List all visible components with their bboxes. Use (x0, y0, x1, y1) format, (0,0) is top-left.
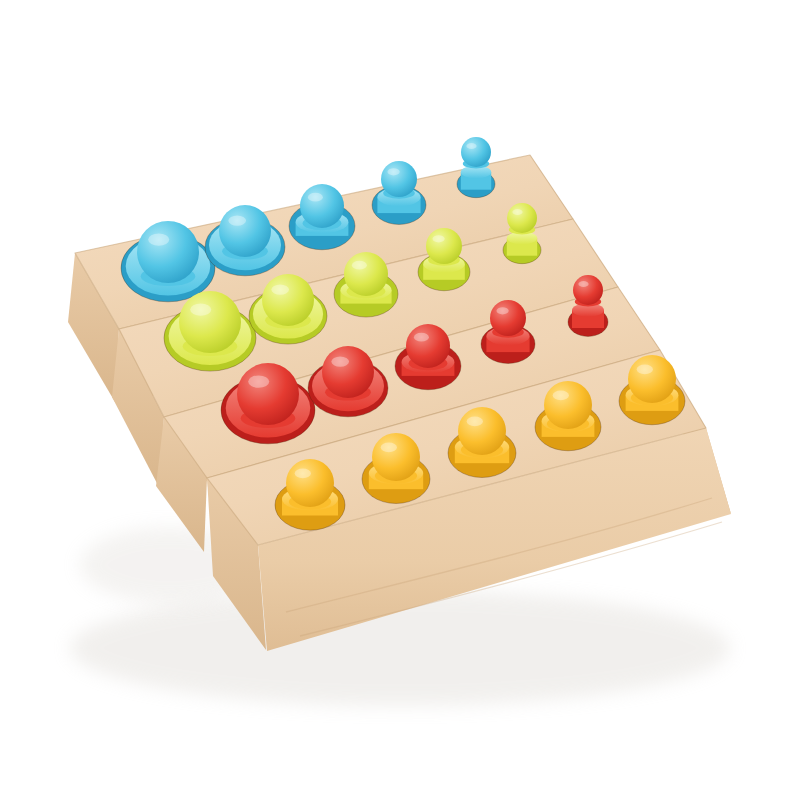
montessori-cylinder-blocks-photo (0, 0, 800, 800)
